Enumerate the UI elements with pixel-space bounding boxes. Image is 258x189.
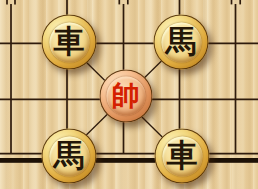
piece-black-d1[interactable]: 馬 [42,129,97,184]
piece-char: 帥 [112,81,140,109]
piece-black-d3[interactable]: 車 [42,15,97,70]
piece-black-f1[interactable]: 車 [155,129,210,184]
piece-face: 帥 [106,77,145,116]
xiangqi-board[interactable]: 車馬帥馬車 [0,0,258,189]
piece-face: 馬 [49,136,89,176]
piece-char: 車 [167,140,198,171]
piece-face: 車 [49,22,89,62]
piece-face: 馬 [161,22,201,62]
piece-black-f3[interactable]: 馬 [154,15,209,70]
piece-red-e2[interactable]: 帥 [99,70,152,123]
board-edge-outer-line [0,158,258,163]
piece-char: 車 [54,26,85,57]
piece-char: 馬 [166,26,197,57]
piece-face: 車 [162,136,202,176]
piece-char: 馬 [54,140,85,171]
